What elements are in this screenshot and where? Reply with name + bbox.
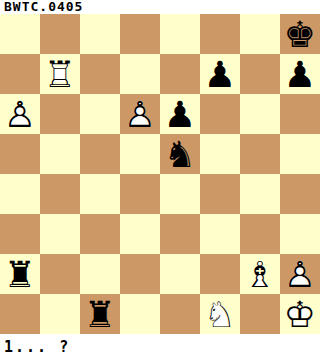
piece-black-rook: ♜ bbox=[80, 294, 120, 334]
square-g5[interactable] bbox=[240, 134, 280, 174]
square-c3[interactable] bbox=[80, 214, 120, 254]
square-e2[interactable] bbox=[160, 254, 200, 294]
square-e7[interactable] bbox=[160, 54, 200, 94]
square-d3[interactable] bbox=[120, 214, 160, 254]
square-b6[interactable] bbox=[40, 94, 80, 134]
square-e4[interactable] bbox=[160, 174, 200, 214]
white-bishop-outline-glyph: ♗ bbox=[240, 254, 280, 294]
square-f7[interactable]: ♟ bbox=[200, 54, 240, 94]
square-f6[interactable] bbox=[200, 94, 240, 134]
square-b5[interactable] bbox=[40, 134, 80, 174]
square-a7[interactable] bbox=[0, 54, 40, 94]
square-c4[interactable] bbox=[80, 174, 120, 214]
white-pawn-outline-glyph: ♙ bbox=[120, 94, 160, 134]
square-f4[interactable] bbox=[200, 174, 240, 214]
square-a8[interactable] bbox=[0, 14, 40, 54]
black-rook-glyph: ♜ bbox=[0, 254, 40, 294]
square-b2[interactable] bbox=[40, 254, 80, 294]
square-c2[interactable] bbox=[80, 254, 120, 294]
black-knight-glyph: ♞ bbox=[160, 134, 200, 174]
square-d2[interactable] bbox=[120, 254, 160, 294]
square-c6[interactable] bbox=[80, 94, 120, 134]
square-d6[interactable]: ♟♙ bbox=[120, 94, 160, 134]
piece-white-pawn: ♟♙ bbox=[280, 254, 320, 294]
square-e8[interactable] bbox=[160, 14, 200, 54]
square-b4[interactable] bbox=[40, 174, 80, 214]
square-c8[interactable] bbox=[80, 14, 120, 54]
square-f5[interactable] bbox=[200, 134, 240, 174]
piece-white-knight: ♞♘ bbox=[200, 294, 240, 334]
square-b1[interactable] bbox=[40, 294, 80, 334]
square-e5[interactable]: ♞ bbox=[160, 134, 200, 174]
square-e6[interactable]: ♟ bbox=[160, 94, 200, 134]
square-a5[interactable] bbox=[0, 134, 40, 174]
chess-board: ♚♜♖♟♟♟♙♟♙♟♞♜♝♗♟♙♜♞♘♚♔ bbox=[0, 14, 320, 334]
square-d4[interactable] bbox=[120, 174, 160, 214]
square-a4[interactable] bbox=[0, 174, 40, 214]
square-a6[interactable]: ♟♙ bbox=[0, 94, 40, 134]
white-rook-outline-glyph: ♖ bbox=[40, 54, 80, 94]
white-knight-outline-glyph: ♘ bbox=[200, 294, 240, 334]
piece-black-king: ♚ bbox=[280, 14, 320, 54]
square-c1[interactable]: ♜ bbox=[80, 294, 120, 334]
square-h7[interactable]: ♟ bbox=[280, 54, 320, 94]
black-rook-glyph: ♜ bbox=[80, 294, 120, 334]
piece-black-knight: ♞ bbox=[160, 134, 200, 174]
piece-black-pawn: ♟ bbox=[280, 54, 320, 94]
square-g1[interactable] bbox=[240, 294, 280, 334]
piece-black-pawn: ♟ bbox=[160, 94, 200, 134]
piece-black-pawn: ♟ bbox=[200, 54, 240, 94]
square-a2[interactable]: ♜ bbox=[0, 254, 40, 294]
piece-white-rook: ♜♖ bbox=[40, 54, 80, 94]
piece-black-rook: ♜ bbox=[0, 254, 40, 294]
square-e3[interactable] bbox=[160, 214, 200, 254]
square-g6[interactable] bbox=[240, 94, 280, 134]
square-d7[interactable] bbox=[120, 54, 160, 94]
piece-white-bishop: ♝♗ bbox=[240, 254, 280, 294]
square-h4[interactable] bbox=[280, 174, 320, 214]
square-b8[interactable] bbox=[40, 14, 80, 54]
piece-white-pawn: ♟♙ bbox=[120, 94, 160, 134]
black-pawn-glyph: ♟ bbox=[280, 54, 320, 94]
square-g7[interactable] bbox=[240, 54, 280, 94]
square-b3[interactable] bbox=[40, 214, 80, 254]
square-h5[interactable] bbox=[280, 134, 320, 174]
header: BWTC.0405 bbox=[0, 0, 320, 14]
square-h1[interactable]: ♚♔ bbox=[280, 294, 320, 334]
square-g8[interactable] bbox=[240, 14, 280, 54]
square-h8[interactable]: ♚ bbox=[280, 14, 320, 54]
white-pawn-outline-glyph: ♙ bbox=[280, 254, 320, 294]
square-a1[interactable] bbox=[0, 294, 40, 334]
white-king-outline-glyph: ♔ bbox=[280, 294, 320, 334]
square-a3[interactable] bbox=[0, 214, 40, 254]
square-c7[interactable] bbox=[80, 54, 120, 94]
square-f1[interactable]: ♞♘ bbox=[200, 294, 240, 334]
move-prompt: 1... ? bbox=[0, 334, 70, 360]
square-d1[interactable] bbox=[120, 294, 160, 334]
square-e1[interactable] bbox=[160, 294, 200, 334]
square-g4[interactable] bbox=[240, 174, 280, 214]
square-g3[interactable] bbox=[240, 214, 280, 254]
square-f3[interactable] bbox=[200, 214, 240, 254]
piece-white-king: ♚♔ bbox=[280, 294, 320, 334]
square-d5[interactable] bbox=[120, 134, 160, 174]
square-h6[interactable] bbox=[280, 94, 320, 134]
square-h3[interactable] bbox=[280, 214, 320, 254]
piece-white-pawn: ♟♙ bbox=[0, 94, 40, 134]
square-g2[interactable]: ♝♗ bbox=[240, 254, 280, 294]
square-c5[interactable] bbox=[80, 134, 120, 174]
black-pawn-glyph: ♟ bbox=[200, 54, 240, 94]
black-pawn-glyph: ♟ bbox=[160, 94, 200, 134]
square-f8[interactable] bbox=[200, 14, 240, 54]
square-h2[interactable]: ♟♙ bbox=[280, 254, 320, 294]
caption: 1... ? bbox=[0, 334, 320, 360]
black-king-glyph: ♚ bbox=[280, 14, 320, 54]
white-pawn-outline-glyph: ♙ bbox=[0, 94, 40, 134]
square-b7[interactable]: ♜♖ bbox=[40, 54, 80, 94]
square-d8[interactable] bbox=[120, 14, 160, 54]
square-f2[interactable] bbox=[200, 254, 240, 294]
page-title: BWTC.0405 bbox=[0, 0, 83, 14]
